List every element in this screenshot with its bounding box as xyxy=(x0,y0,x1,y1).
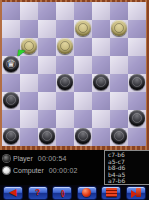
square-f4[interactable] xyxy=(92,74,110,92)
square-g6[interactable] xyxy=(110,38,128,56)
exit-door-icon xyxy=(131,188,141,198)
square-f2[interactable] xyxy=(92,110,110,128)
red-ball-icon xyxy=(82,188,91,197)
move-entry: a7-b6 xyxy=(108,178,149,185)
square-h2[interactable] xyxy=(128,110,146,128)
square-c1[interactable] xyxy=(38,128,56,146)
square-b5[interactable] xyxy=(20,56,38,74)
white-man-g7[interactable] xyxy=(111,20,127,36)
black-man-a3[interactable] xyxy=(3,92,19,108)
square-c4[interactable] xyxy=(38,74,56,92)
black-man-a1[interactable] xyxy=(3,128,19,144)
square-e1[interactable] xyxy=(74,128,92,146)
black-king-a5[interactable]: ♛ xyxy=(3,56,19,72)
square-h3[interactable] xyxy=(128,92,146,110)
square-b2[interactable] xyxy=(20,110,38,128)
white-man-d6[interactable] xyxy=(57,38,73,54)
square-a5[interactable]: ♛ xyxy=(2,56,20,74)
computer-clock: 00:00:02 xyxy=(49,167,78,174)
square-c7[interactable] xyxy=(38,20,56,38)
square-g4[interactable] xyxy=(110,74,128,92)
square-c2[interactable] xyxy=(38,110,56,128)
square-e8[interactable] xyxy=(74,2,92,20)
square-b7[interactable] xyxy=(20,20,38,38)
square-a4[interactable] xyxy=(2,74,20,92)
king-crown-icon: ♛ xyxy=(3,57,19,71)
square-e4[interactable] xyxy=(74,74,92,92)
checkers-board: ◤♛ xyxy=(2,2,146,146)
list-bars-icon xyxy=(106,188,117,197)
square-d7[interactable] xyxy=(56,20,74,38)
square-g7[interactable] xyxy=(110,20,128,38)
square-c8[interactable] xyxy=(38,2,56,20)
square-h6[interactable] xyxy=(128,38,146,56)
square-d4[interactable] xyxy=(56,74,74,92)
square-b3[interactable] xyxy=(20,92,38,110)
move-list[interactable]: c7-b6a5-c7b8-d6b4-a5a7-b6 xyxy=(104,150,149,185)
black-man-h2[interactable] xyxy=(129,110,145,126)
square-h5[interactable] xyxy=(128,56,146,74)
square-f3[interactable] xyxy=(92,92,110,110)
square-h8[interactable] xyxy=(128,2,146,20)
exit-button[interactable] xyxy=(126,186,146,200)
square-d2[interactable] xyxy=(56,110,74,128)
moves-button[interactable] xyxy=(101,186,121,200)
square-b8[interactable] xyxy=(20,2,38,20)
square-g2[interactable] xyxy=(110,110,128,128)
square-b1[interactable] xyxy=(20,128,38,146)
square-f6[interactable] xyxy=(92,38,110,56)
black-piece-icon xyxy=(3,155,10,162)
square-g8[interactable] xyxy=(110,2,128,20)
black-man-e1[interactable] xyxy=(75,128,91,144)
square-g1[interactable] xyxy=(110,128,128,146)
replay-button[interactable]: () xyxy=(52,186,72,200)
square-e3[interactable] xyxy=(74,92,92,110)
square-e5[interactable] xyxy=(74,56,92,74)
computer-label: Computer xyxy=(13,167,44,174)
square-g3[interactable] xyxy=(110,92,128,110)
square-d6[interactable] xyxy=(56,38,74,56)
square-f1[interactable] xyxy=(92,128,110,146)
square-e6[interactable] xyxy=(74,38,92,56)
hint-button[interactable]: ? xyxy=(28,186,48,200)
last-move-arrow-icon: ◤ xyxy=(17,49,25,59)
square-h7[interactable] xyxy=(128,20,146,38)
black-man-f4[interactable] xyxy=(93,74,109,90)
new-game-button[interactable] xyxy=(77,186,97,200)
square-a8[interactable] xyxy=(2,2,20,20)
question-mark-icon: ? xyxy=(35,188,41,197)
player-clock: 00:00:54 xyxy=(38,155,67,162)
black-man-g1[interactable] xyxy=(111,128,127,144)
back-button[interactable]: ◀ xyxy=(3,186,23,200)
back-arrow-icon: ◀ xyxy=(10,188,17,197)
square-f5[interactable] xyxy=(92,56,110,74)
white-piece-icon xyxy=(3,167,10,174)
square-a2[interactable] xyxy=(2,110,20,128)
toolbar: ◀ ? () xyxy=(0,185,149,200)
white-man-e7[interactable] xyxy=(75,20,91,36)
parentheses-icon: () xyxy=(61,188,64,197)
square-e7[interactable] xyxy=(74,20,92,38)
square-e2[interactable] xyxy=(74,110,92,128)
square-b4[interactable] xyxy=(20,74,38,92)
square-h4[interactable] xyxy=(128,74,146,92)
black-man-d4[interactable] xyxy=(57,74,73,90)
square-a3[interactable] xyxy=(2,92,20,110)
square-a1[interactable] xyxy=(2,128,20,146)
board-frame: ◤♛ xyxy=(0,0,149,150)
square-f7[interactable] xyxy=(92,20,110,38)
player-label: Player xyxy=(13,155,33,162)
square-d5[interactable] xyxy=(56,56,74,74)
square-a7[interactable] xyxy=(2,20,20,38)
player-status-row: Player 00:00:54 xyxy=(0,155,104,162)
status-panel: Player 00:00:54 Computer 00:00:02 xyxy=(0,150,104,185)
square-b6[interactable]: ◤ xyxy=(20,38,38,56)
square-d8[interactable] xyxy=(56,2,74,20)
square-c5[interactable] xyxy=(38,56,56,74)
square-c3[interactable] xyxy=(38,92,56,110)
square-d1[interactable] xyxy=(56,128,74,146)
checkers-app: ◤♛ Player 00:00:54 Computer 00:00:02 c7-… xyxy=(0,0,149,200)
square-g5[interactable] xyxy=(110,56,128,74)
square-d3[interactable] xyxy=(56,92,74,110)
black-man-c1[interactable] xyxy=(39,128,55,144)
computer-status-row: Computer 00:00:02 xyxy=(0,167,104,174)
square-f8[interactable] xyxy=(92,2,110,20)
square-h1[interactable] xyxy=(128,128,146,146)
square-c6[interactable] xyxy=(38,38,56,56)
black-man-h4[interactable] xyxy=(129,74,145,90)
